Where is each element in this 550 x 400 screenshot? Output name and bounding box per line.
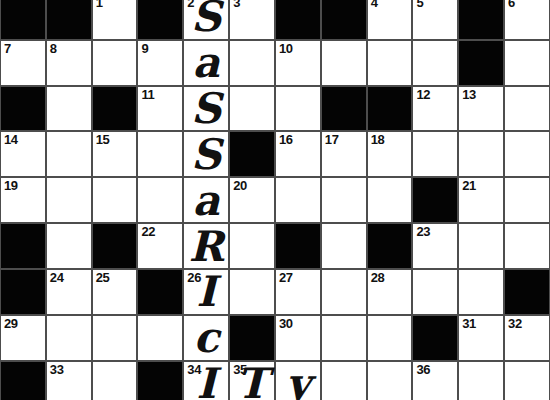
cell-r7-c7[interactable] — [321, 315, 367, 361]
cell-r0-c8[interactable]: 4 — [367, 0, 413, 40]
cell-r0-c2[interactable]: 1 — [92, 0, 138, 40]
cell-r6-c2[interactable]: 25 — [92, 269, 138, 315]
clue-number-7: 7 — [4, 41, 11, 56]
cell-r4-c2[interactable] — [92, 177, 138, 223]
clue-number-26: 26 — [187, 270, 201, 285]
cell-r1-c1[interactable]: 8 — [46, 40, 92, 86]
cell-r4-c1[interactable] — [46, 177, 92, 223]
cell-r2-c3[interactable]: 11 — [137, 86, 183, 132]
cell-r1-c9[interactable] — [412, 40, 458, 86]
cell-r8-c2[interactable] — [92, 361, 138, 400]
cell-r2-c4[interactable]: S — [183, 86, 229, 132]
black-cell-r6-c11 — [504, 269, 550, 315]
cell-r4-c5[interactable]: 20 — [229, 177, 275, 223]
cell-r3-c10[interactable] — [458, 131, 504, 177]
clue-number-31: 31 — [462, 316, 476, 331]
cell-r5-c7[interactable] — [321, 223, 367, 269]
cell-r6-c7[interactable] — [321, 269, 367, 315]
cell-r1-c7[interactable] — [321, 40, 367, 86]
cell-r6-c5[interactable] — [229, 269, 275, 315]
cell-r7-c4[interactable]: c — [183, 315, 229, 361]
filled-letter: c — [184, 316, 228, 360]
black-cell-r5-c0 — [0, 223, 46, 269]
cell-r6-c4[interactable]: 26I — [183, 269, 229, 315]
cell-r2-c9[interactable]: 12 — [412, 86, 458, 132]
cell-r6-c10[interactable] — [458, 269, 504, 315]
black-cell-r0-c7 — [321, 0, 367, 40]
clue-number-4: 4 — [371, 0, 378, 10]
cell-r3-c3[interactable] — [137, 131, 183, 177]
cell-r5-c11[interactable] — [504, 223, 550, 269]
cell-r3-c2[interactable]: 15 — [92, 131, 138, 177]
clue-number-34: 34 — [187, 362, 201, 377]
filled-letter: a — [184, 41, 228, 85]
clue-number-3: 3 — [233, 0, 240, 10]
cell-r4-c3[interactable] — [137, 177, 183, 223]
cell-r6-c8[interactable]: 28 — [367, 269, 413, 315]
clue-number-16: 16 — [279, 132, 293, 147]
cell-r1-c5[interactable] — [229, 40, 275, 86]
clue-number-30: 30 — [279, 316, 293, 331]
clue-number-8: 8 — [50, 41, 57, 56]
black-cell-r0-c10 — [458, 0, 504, 40]
cell-r7-c8[interactable] — [367, 315, 413, 361]
cell-r0-c4[interactable]: 2S — [183, 0, 229, 40]
filled-letter: y — [276, 362, 320, 400]
cell-r7-c3[interactable] — [137, 315, 183, 361]
black-cell-r0-c1 — [46, 0, 92, 40]
cell-r7-c10[interactable]: 31 — [458, 315, 504, 361]
cell-r4-c4[interactable]: a — [183, 177, 229, 223]
filled-letter: R — [184, 224, 228, 268]
clue-number-29: 29 — [4, 316, 18, 331]
cell-r1-c0[interactable]: 7 — [0, 40, 46, 86]
clue-number-1: 1 — [96, 0, 103, 10]
cell-r4-c11[interactable] — [504, 177, 550, 223]
black-cell-r4-c9 — [412, 177, 458, 223]
cell-r2-c5[interactable] — [229, 86, 275, 132]
black-cell-r2-c0 — [0, 86, 46, 132]
clue-number-36: 36 — [416, 362, 430, 377]
crossword-grid: 12S3456789a1011S12131415S16171819a202122… — [0, 0, 550, 400]
cell-r3-c6[interactable]: 16 — [275, 131, 321, 177]
cell-r6-c9[interactable] — [412, 269, 458, 315]
cell-r5-c3[interactable]: 22 — [137, 223, 183, 269]
cell-r4-c10[interactable]: 21 — [458, 177, 504, 223]
cell-r5-c10[interactable] — [458, 223, 504, 269]
cell-r0-c11[interactable]: 6 — [504, 0, 550, 40]
cell-r0-c5[interactable]: 3 — [229, 0, 275, 40]
cell-r7-c1[interactable] — [46, 315, 92, 361]
black-cell-r5-c8 — [367, 223, 413, 269]
crossword-board: 12S3456789a1011S12131415S16171819a202122… — [0, 0, 550, 400]
clue-number-21: 21 — [462, 178, 476, 193]
filled-letter: S — [184, 132, 228, 176]
clue-number-19: 19 — [4, 178, 18, 193]
cell-r1-c3[interactable]: 9 — [137, 40, 183, 86]
clue-number-22: 22 — [141, 224, 155, 239]
black-cell-r2-c7 — [321, 86, 367, 132]
filled-letter: S — [184, 87, 228, 131]
cell-r3-c0[interactable]: 14 — [0, 131, 46, 177]
clue-number-14: 14 — [4, 132, 18, 147]
black-cell-r6-c3 — [137, 269, 183, 315]
clue-number-10: 10 — [279, 41, 293, 56]
cell-r2-c10[interactable]: 13 — [458, 86, 504, 132]
cell-r3-c8[interactable]: 18 — [367, 131, 413, 177]
cell-r1-c8[interactable] — [367, 40, 413, 86]
cell-r4-c6[interactable] — [275, 177, 321, 223]
clue-number-28: 28 — [371, 270, 385, 285]
cell-r1-c2[interactable] — [92, 40, 138, 86]
clue-number-2: 2 — [187, 0, 194, 10]
clue-number-33: 33 — [50, 362, 64, 377]
black-cell-r3-c5 — [229, 131, 275, 177]
clue-number-13: 13 — [462, 87, 476, 102]
cell-r7-c11[interactable]: 32 — [504, 315, 550, 361]
black-cell-r7-c5 — [229, 315, 275, 361]
clue-number-6: 6 — [508, 0, 515, 10]
cell-r2-c6[interactable] — [275, 86, 321, 132]
black-cell-r5-c6 — [275, 223, 321, 269]
cell-r5-c4[interactable]: R — [183, 223, 229, 269]
cell-r1-c6[interactable]: 10 — [275, 40, 321, 86]
clue-number-35: 35 — [233, 362, 247, 377]
cell-r8-c11[interactable] — [504, 361, 550, 400]
clue-number-9: 9 — [141, 41, 148, 56]
black-cell-r7-c9 — [412, 315, 458, 361]
cell-r8-c10[interactable] — [458, 361, 504, 400]
cell-r2-c1[interactable] — [46, 86, 92, 132]
clue-number-24: 24 — [50, 270, 64, 285]
cell-r7-c2[interactable] — [92, 315, 138, 361]
cell-r8-c4[interactable]: 34I — [183, 361, 229, 400]
black-cell-r8-c3 — [137, 361, 183, 400]
cell-r6-c1[interactable]: 24 — [46, 269, 92, 315]
cell-r3-c9[interactable] — [412, 131, 458, 177]
cell-r7-c6[interactable]: 30 — [275, 315, 321, 361]
black-cell-r0-c6 — [275, 0, 321, 40]
cell-r5-c1[interactable] — [46, 223, 92, 269]
cell-r8-c9[interactable]: 36 — [412, 361, 458, 400]
cell-r5-c9[interactable]: 23 — [412, 223, 458, 269]
black-cell-r0-c3 — [137, 0, 183, 40]
cell-r1-c11[interactable] — [504, 40, 550, 86]
cell-r8-c6[interactable]: y — [275, 361, 321, 400]
cell-r0-c9[interactable]: 5 — [412, 0, 458, 40]
cell-r2-c11[interactable] — [504, 86, 550, 132]
black-cell-r0-c0 — [0, 0, 46, 40]
cell-r6-c6[interactable]: 27 — [275, 269, 321, 315]
clue-number-20: 20 — [233, 178, 247, 193]
black-cell-r5-c2 — [92, 223, 138, 269]
black-cell-r6-c0 — [0, 269, 46, 315]
cell-r3-c11[interactable] — [504, 131, 550, 177]
cell-r5-c5[interactable] — [229, 223, 275, 269]
clue-number-11: 11 — [141, 87, 154, 102]
cell-r4-c7[interactable] — [321, 177, 367, 223]
cell-r8-c1[interactable]: 33 — [46, 361, 92, 400]
clue-number-25: 25 — [96, 270, 110, 285]
cell-r3-c7[interactable]: 17 — [321, 131, 367, 177]
cell-r1-c4[interactable]: a — [183, 40, 229, 86]
clue-number-12: 12 — [416, 87, 430, 102]
clue-number-23: 23 — [416, 224, 430, 239]
clue-number-5: 5 — [416, 0, 423, 10]
cell-r4-c0[interactable]: 19 — [0, 177, 46, 223]
cell-r4-c8[interactable] — [367, 177, 413, 223]
clue-number-27: 27 — [279, 270, 293, 285]
cell-r3-c4[interactable]: S — [183, 131, 229, 177]
black-cell-r1-c10 — [458, 40, 504, 86]
black-cell-r8-c0 — [0, 361, 46, 400]
black-cell-r2-c8 — [367, 86, 413, 132]
cell-r8-c8[interactable] — [367, 361, 413, 400]
cell-r7-c0[interactable]: 29 — [0, 315, 46, 361]
cell-r8-c5[interactable]: 35T — [229, 361, 275, 400]
clue-number-17: 17 — [325, 132, 339, 147]
cell-r3-c1[interactable] — [46, 131, 92, 177]
cell-r8-c7[interactable] — [321, 361, 367, 400]
black-cell-r2-c2 — [92, 86, 138, 132]
clue-number-15: 15 — [96, 132, 110, 147]
clue-number-32: 32 — [508, 316, 522, 331]
clue-number-18: 18 — [371, 132, 385, 147]
filled-letter: a — [184, 178, 228, 222]
